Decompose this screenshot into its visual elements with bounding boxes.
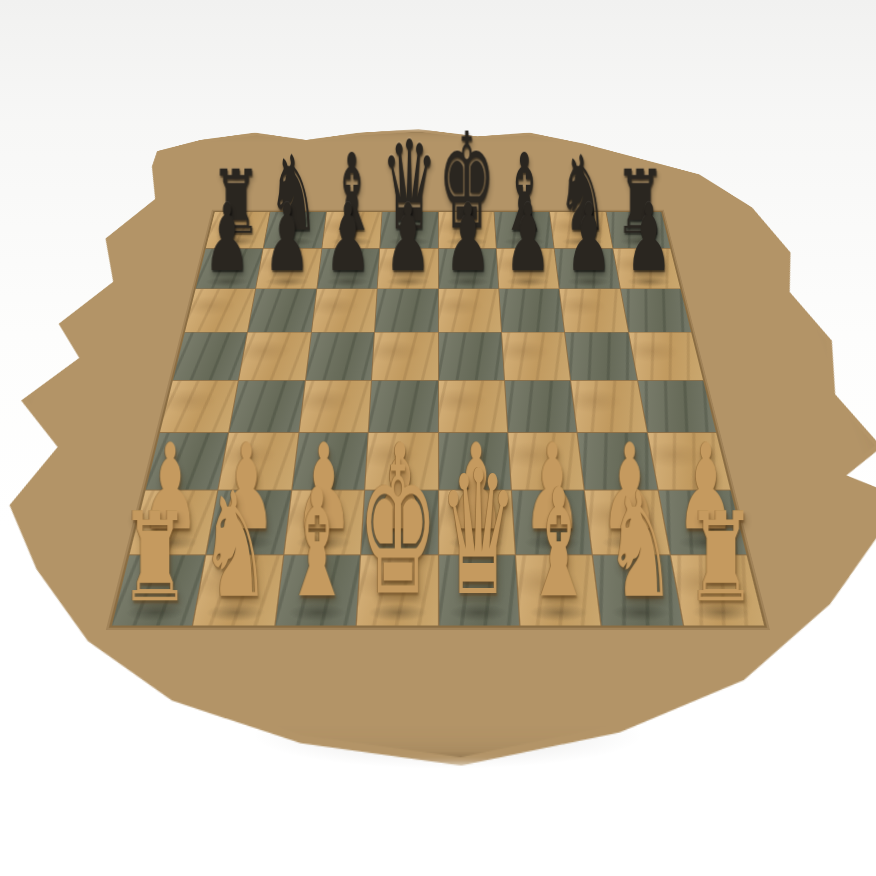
white-knight[interactable]: ♞ — [191, 404, 282, 614]
square-h8[interactable] — [606, 212, 670, 248]
white-rook[interactable]: ♜ — [671, 422, 771, 614]
photo-canvas: ♜♞♝♛♚♝♞♜♟♟♟♟♟♟♟♟♟♟♟♟♟♟♟♟♜♞♝♚♛♝♞♜ — [0, 0, 876, 876]
square-e8[interactable] — [438, 212, 495, 248]
square-b7[interactable] — [256, 249, 321, 288]
square-f8[interactable] — [494, 212, 554, 248]
square-c7[interactable] — [317, 249, 379, 288]
white-king-glyph: ♚ — [358, 443, 438, 614]
board-plane: ♜♞♝♛♚♝♞♜♟♟♟♟♟♟♟♟♟♟♟♟♟♟♟♟♜♞♝♚♛♝♞♜ — [0, 72, 876, 876]
white-queen[interactable]: ♛ — [433, 391, 524, 614]
square-b8[interactable] — [264, 212, 326, 248]
white-bishop-glyph: ♝ — [525, 477, 593, 615]
square-h7[interactable] — [613, 249, 680, 288]
square-g8[interactable] — [550, 212, 612, 248]
square-f7[interactable] — [497, 249, 559, 288]
square-h6[interactable] — [621, 289, 691, 332]
square-e7[interactable] — [438, 249, 498, 288]
square-e6[interactable] — [438, 289, 500, 332]
white-rook-glyph: ♜ — [685, 501, 756, 614]
square-a8[interactable] — [206, 212, 270, 248]
white-bishop-glyph: ♝ — [283, 477, 351, 615]
square-d6[interactable] — [375, 289, 437, 332]
square-g7[interactable] — [555, 249, 620, 288]
square-d8[interactable] — [380, 212, 437, 248]
square-b6[interactable] — [248, 289, 316, 332]
square-g6[interactable] — [560, 289, 628, 332]
white-knight-glyph: ♞ — [201, 480, 272, 614]
white-rook-glyph: ♜ — [119, 501, 190, 614]
scene: ♜♞♝♛♚♝♞♜♟♟♟♟♟♟♟♟♟♟♟♟♟♟♟♟♜♞♝♚♛♝♞♜ — [0, 0, 876, 876]
square-d7[interactable] — [378, 249, 438, 288]
square-c6[interactable] — [312, 289, 377, 332]
white-bishop[interactable]: ♝ — [273, 398, 361, 614]
white-queen-glyph: ♛ — [439, 455, 518, 614]
white-king[interactable]: ♚ — [354, 386, 442, 615]
white-knight-glyph: ♞ — [605, 480, 676, 614]
square-a7[interactable] — [196, 249, 263, 288]
white-bishop[interactable]: ♝ — [515, 398, 603, 614]
square-a6[interactable] — [185, 289, 255, 332]
square-f6[interactable] — [499, 289, 564, 332]
square-c8[interactable] — [322, 212, 382, 248]
